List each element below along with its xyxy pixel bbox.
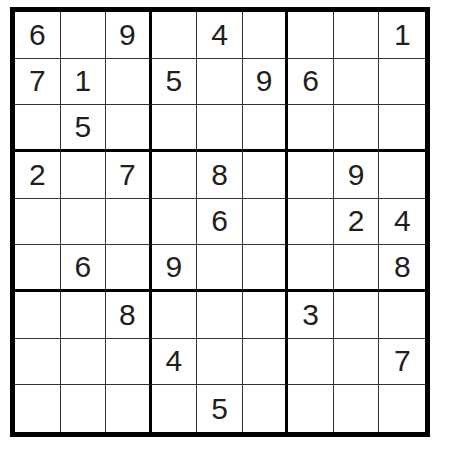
cell-r6c2[interactable]: 6 (61, 245, 107, 292)
cell-r8c2[interactable] (61, 339, 107, 386)
cell-r7c1[interactable] (15, 292, 61, 339)
cell-r3c2[interactable]: 5 (61, 105, 107, 152)
cell-r4c2[interactable] (61, 152, 107, 199)
cell-r5c6[interactable] (243, 199, 289, 246)
cell-r2c1[interactable]: 7 (15, 59, 61, 106)
cell-r5c8[interactable]: 2 (334, 199, 380, 246)
cell-r5c9[interactable]: 4 (379, 199, 425, 246)
cell-r2c5[interactable] (197, 59, 243, 106)
cell-r3c4[interactable] (152, 105, 198, 152)
cell-r2c3[interactable] (106, 59, 152, 106)
cell-r7c2[interactable] (61, 292, 107, 339)
cell-r8c4[interactable]: 4 (152, 339, 198, 386)
cell-r4c5[interactable]: 8 (197, 152, 243, 199)
cell-r7c3[interactable]: 8 (106, 292, 152, 339)
cell-r6c8[interactable] (334, 245, 380, 292)
cell-r3c5[interactable] (197, 105, 243, 152)
cell-r7c5[interactable] (197, 292, 243, 339)
cell-r2c4[interactable]: 5 (152, 59, 198, 106)
cell-r6c5[interactable] (197, 245, 243, 292)
cell-r6c9[interactable]: 8 (379, 245, 425, 292)
cell-r9c5[interactable]: 5 (197, 385, 243, 432)
cell-r1c3[interactable]: 9 (106, 12, 152, 59)
cell-r2c9[interactable] (379, 59, 425, 106)
cell-r9c2[interactable] (61, 385, 107, 432)
sudoku-board: 6941715965278962469883475 (10, 7, 430, 437)
cell-r5c3[interactable] (106, 199, 152, 246)
cell-r3c8[interactable] (334, 105, 380, 152)
cell-r9c4[interactable] (152, 385, 198, 432)
cell-r4c7[interactable] (288, 152, 334, 199)
cell-r4c8[interactable]: 9 (334, 152, 380, 199)
cell-r1c6[interactable] (243, 12, 289, 59)
cell-r9c9[interactable] (379, 385, 425, 432)
cell-r2c7[interactable]: 6 (288, 59, 334, 106)
cell-r6c6[interactable] (243, 245, 289, 292)
cell-r9c8[interactable] (334, 385, 380, 432)
cell-r7c6[interactable] (243, 292, 289, 339)
cell-r8c8[interactable] (334, 339, 380, 386)
cell-r6c1[interactable] (15, 245, 61, 292)
page: 6941715965278962469883475 (0, 0, 450, 450)
cell-r5c1[interactable] (15, 199, 61, 246)
cell-r7c4[interactable] (152, 292, 198, 339)
cell-r8c1[interactable] (15, 339, 61, 386)
cell-r6c4[interactable]: 9 (152, 245, 198, 292)
cell-r9c7[interactable] (288, 385, 334, 432)
cell-r2c6[interactable]: 9 (243, 59, 289, 106)
cell-r8c6[interactable] (243, 339, 289, 386)
cell-r9c3[interactable] (106, 385, 152, 432)
cell-r1c4[interactable] (152, 12, 198, 59)
cell-r8c3[interactable] (106, 339, 152, 386)
cell-r7c8[interactable] (334, 292, 380, 339)
cell-r7c7[interactable]: 3 (288, 292, 334, 339)
cell-r1c8[interactable] (334, 12, 380, 59)
cell-r9c6[interactable] (243, 385, 289, 432)
cell-r5c4[interactable] (152, 199, 198, 246)
cell-r3c6[interactable] (243, 105, 289, 152)
cell-r6c3[interactable] (106, 245, 152, 292)
cell-r4c9[interactable] (379, 152, 425, 199)
cell-r1c9[interactable]: 1 (379, 12, 425, 59)
cell-r5c5[interactable]: 6 (197, 199, 243, 246)
cell-r3c9[interactable] (379, 105, 425, 152)
cell-r3c1[interactable] (15, 105, 61, 152)
cell-r8c9[interactable]: 7 (379, 339, 425, 386)
cell-r4c1[interactable]: 2 (15, 152, 61, 199)
cell-r5c2[interactable] (61, 199, 107, 246)
cell-r4c6[interactable] (243, 152, 289, 199)
cell-r6c7[interactable] (288, 245, 334, 292)
cell-r2c2[interactable]: 1 (61, 59, 107, 106)
cell-r3c7[interactable] (288, 105, 334, 152)
cell-r8c7[interactable] (288, 339, 334, 386)
cell-r4c3[interactable]: 7 (106, 152, 152, 199)
cell-r1c1[interactable]: 6 (15, 12, 61, 59)
cell-r1c7[interactable] (288, 12, 334, 59)
cell-r3c3[interactable] (106, 105, 152, 152)
cell-r4c4[interactable] (152, 152, 198, 199)
cell-r1c5[interactable]: 4 (197, 12, 243, 59)
cell-r5c7[interactable] (288, 199, 334, 246)
cell-r2c8[interactable] (334, 59, 380, 106)
cell-r7c9[interactable] (379, 292, 425, 339)
cell-r9c1[interactable] (15, 385, 61, 432)
cell-r8c5[interactable] (197, 339, 243, 386)
cell-r1c2[interactable] (61, 12, 107, 59)
